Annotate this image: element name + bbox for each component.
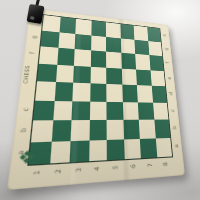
board-square — [120, 38, 135, 54]
board-square — [136, 69, 151, 86]
coord-label: h — [157, 31, 172, 39]
board-square — [90, 83, 107, 101]
board-square — [89, 120, 107, 140]
coord-label: b — [10, 124, 36, 135]
photo-background: 12345678 hgfcba hgfedcba CHESS ❖ — [0, 0, 200, 200]
manufacturer-logo-icon: ❖ — [14, 147, 40, 170]
board-square — [138, 102, 154, 120]
board-square — [71, 120, 90, 141]
board-square — [134, 26, 148, 41]
board-square — [137, 85, 153, 102]
board-square — [134, 39, 149, 55]
board-square — [89, 101, 106, 120]
coord-label: a — [167, 141, 185, 151]
board-square — [56, 64, 74, 82]
coord-label: d — [162, 89, 179, 98]
board-square — [106, 22, 121, 38]
coord-label: f — [160, 59, 176, 68]
board-square — [123, 120, 140, 139]
board-square — [51, 120, 71, 141]
board-square — [106, 101, 123, 119]
board-square — [91, 35, 106, 51]
board-square — [72, 83, 90, 102]
board-square — [106, 67, 122, 84]
board-square — [53, 101, 73, 121]
coord-label: e — [161, 74, 178, 83]
board-grid — [27, 14, 173, 166]
coord-label: b — [166, 123, 184, 132]
board-square — [106, 37, 121, 53]
board-square — [90, 50, 106, 67]
board-square — [139, 120, 156, 139]
coord-label: 6 — [126, 157, 141, 176]
coord-label: c — [13, 104, 38, 115]
board-square — [73, 65, 90, 83]
black-clip — [27, 4, 45, 24]
board-square — [74, 49, 91, 66]
coord-label: 4 — [90, 159, 106, 179]
coord-label: g — [23, 32, 45, 42]
coord-label: 7 — [143, 156, 158, 175]
coord-label: 3 — [70, 160, 87, 181]
coord-label: c — [164, 106, 181, 115]
board-square — [90, 66, 106, 84]
board-square — [71, 101, 89, 120]
board-square — [75, 19, 91, 35]
board-square — [122, 102, 138, 120]
board-square — [59, 17, 76, 34]
board-square — [106, 52, 121, 69]
board-square — [121, 68, 137, 85]
coord-label: g — [158, 44, 174, 53]
board-square — [107, 120, 124, 140]
board-square — [120, 24, 134, 39]
chess-board: 12345678 hgfcba hgfedcba CHESS ❖ — [7, 8, 185, 190]
board-square — [58, 32, 75, 49]
board-square — [91, 21, 106, 37]
board-square — [135, 54, 150, 70]
coord-label: 5 — [108, 158, 123, 177]
board-square — [106, 84, 122, 102]
board-square — [122, 85, 138, 102]
coord-label: 8 — [159, 155, 174, 173]
board-square — [57, 48, 75, 66]
board-square — [121, 53, 136, 69]
board-square — [75, 34, 91, 51]
coord-label: 2 — [49, 161, 67, 182]
board-square — [54, 82, 73, 101]
